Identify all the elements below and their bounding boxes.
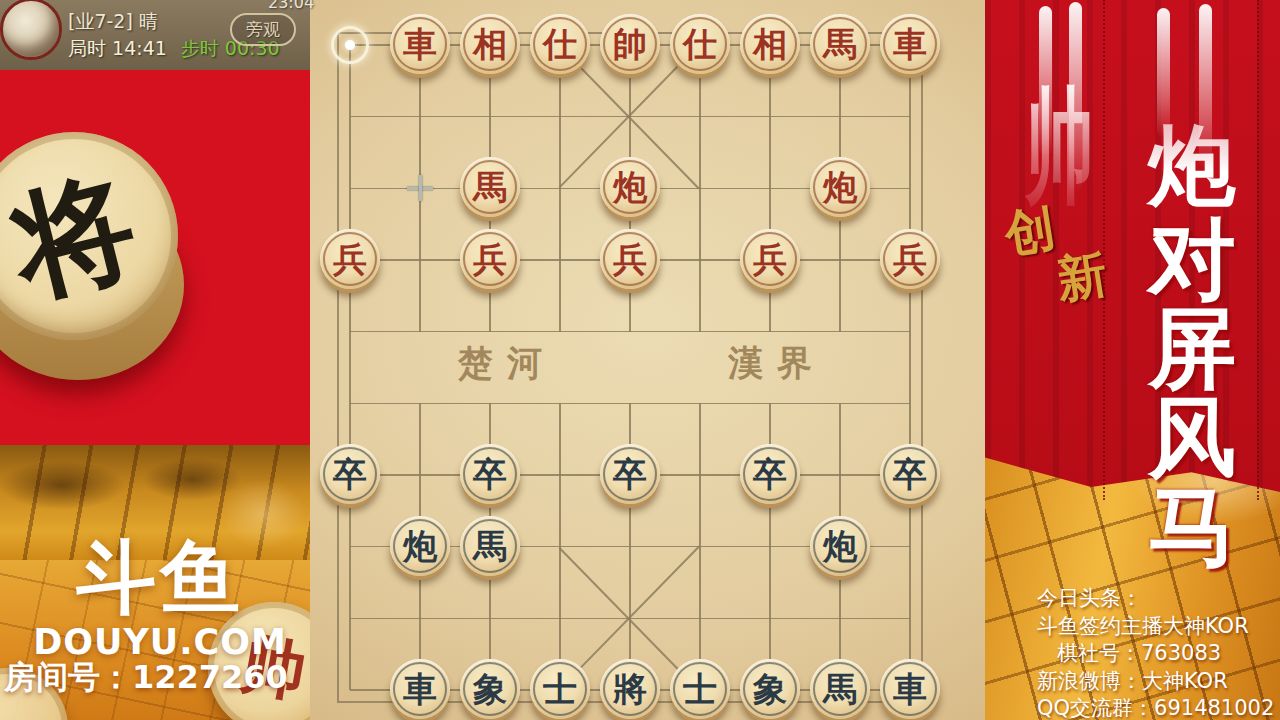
douyu-logo-zone: 帅 斗鱼 DOUYU.COM 房间号：1227260 bbox=[0, 560, 310, 720]
player-name: [业7-2] 晴 bbox=[68, 9, 158, 35]
info-line: QQ交流群：691481002 bbox=[985, 695, 1280, 720]
piece-兵-red[interactable]: 兵 bbox=[600, 229, 660, 289]
piece-卒-black[interactable]: 卒 bbox=[320, 444, 380, 504]
piece-馬-red[interactable]: 馬 bbox=[460, 157, 520, 217]
piece-卒-black[interactable]: 卒 bbox=[880, 444, 940, 504]
piece-兵-red[interactable]: 兵 bbox=[880, 229, 940, 289]
piece-炮-red[interactable]: 炮 bbox=[600, 157, 660, 217]
piece-將-black[interactable]: 將 bbox=[600, 659, 660, 719]
piece-仕-red[interactable]: 仕 bbox=[670, 14, 730, 74]
xiangqi-board[interactable]: 楚河 漢界 車相仕帥仕相馬車馬炮炮兵兵兵兵兵卒卒卒卒卒炮馬炮車象士將士象馬車 bbox=[310, 0, 985, 720]
last-move-ring bbox=[331, 26, 369, 64]
piece-車-red[interactable]: 車 bbox=[880, 14, 940, 74]
dotted-divider bbox=[1257, 0, 1259, 500]
piece-馬-red[interactable]: 馬 bbox=[810, 14, 870, 74]
title-char-pao: 炮 bbox=[1133, 0, 1251, 215]
piece-相-red[interactable]: 相 bbox=[740, 14, 800, 74]
piece-炮-black[interactable]: 炮 bbox=[390, 516, 450, 576]
info-line: 新浪微博：大神KOR bbox=[985, 668, 1280, 696]
piece-仕-red[interactable]: 仕 bbox=[530, 14, 590, 74]
title-char-dui: 对 bbox=[1133, 215, 1251, 304]
room-number-line: 房间号：1227260 bbox=[4, 656, 310, 700]
left-banner: 将 帅 斗鱼 DOUYU.COM 房间号：1227260 [业7-2] 晴 局时… bbox=[0, 0, 310, 720]
piece-卒-black[interactable]: 卒 bbox=[740, 444, 800, 504]
piece-炮-red[interactable]: 炮 bbox=[810, 157, 870, 217]
piece-象-black[interactable]: 象 bbox=[740, 659, 800, 719]
opening-title: 炮 对 屏 风 马 bbox=[1133, 0, 1251, 571]
piece-車-black[interactable]: 車 bbox=[880, 659, 940, 719]
piece-兵-red[interactable]: 兵 bbox=[320, 229, 380, 289]
piece-士-black[interactable]: 士 bbox=[530, 659, 590, 719]
piece-馬-black[interactable]: 馬 bbox=[810, 659, 870, 719]
right-banner: 帅 创 新 炮 对 屏 风 马 今日头条： 斗鱼签约主播大神KOR 棋社号：76… bbox=[985, 0, 1280, 720]
info-line: 今日头条： bbox=[985, 585, 1280, 613]
game-clock: 局时 14:41 bbox=[68, 37, 167, 59]
title-char-feng: 风 bbox=[1133, 393, 1251, 482]
piece-士-black[interactable]: 士 bbox=[670, 659, 730, 719]
piece-卒-black[interactable]: 卒 bbox=[460, 444, 520, 504]
river-label-han: 漢界 bbox=[705, 340, 835, 387]
avatar[interactable] bbox=[0, 0, 62, 60]
info-line: 棋社号：763083 bbox=[985, 640, 1280, 668]
piece-卒-black[interactable]: 卒 bbox=[600, 444, 660, 504]
river-label-chu: 楚河 bbox=[435, 340, 565, 387]
piece-車-red[interactable]: 車 bbox=[390, 14, 450, 74]
piece-馬-black[interactable]: 馬 bbox=[460, 516, 520, 576]
spectate-button[interactable]: 旁观 bbox=[230, 13, 296, 46]
streamer-info: 今日头条： 斗鱼签约主播大神KOR 棋社号：763083 新浪微博：大神KOR … bbox=[985, 585, 1280, 720]
piece-兵-red[interactable]: 兵 bbox=[460, 229, 520, 289]
player-hud-bar: [业7-2] 晴 局时 14:41步时 00:30 旁观 23:04 bbox=[0, 0, 310, 70]
info-line: 斗鱼签约主播大神KOR bbox=[985, 613, 1280, 641]
jiang-glyph: 将 bbox=[1, 163, 146, 308]
piece-炮-black[interactable]: 炮 bbox=[810, 516, 870, 576]
piece-車-black[interactable]: 車 bbox=[390, 659, 450, 719]
stream-frame: 将 帅 斗鱼 DOUYU.COM 房间号：1227260 [业7-2] 晴 局时… bbox=[0, 0, 1280, 720]
douyu-logo: 斗鱼 bbox=[50, 536, 270, 621]
cursor-crosshair bbox=[407, 175, 433, 201]
title-char-ma: 马 bbox=[1133, 482, 1251, 571]
corner-time: 23:04 bbox=[268, 0, 314, 12]
left-banner-photo: 将 bbox=[0, 70, 310, 445]
piece-象-black[interactable]: 象 bbox=[460, 659, 520, 719]
title-char-ping: 屏 bbox=[1133, 304, 1251, 393]
room-number: 1227260 bbox=[132, 658, 288, 696]
piece-兵-red[interactable]: 兵 bbox=[740, 229, 800, 289]
piece-帥-red[interactable]: 帥 bbox=[600, 14, 660, 74]
piece-相-red[interactable]: 相 bbox=[460, 14, 520, 74]
